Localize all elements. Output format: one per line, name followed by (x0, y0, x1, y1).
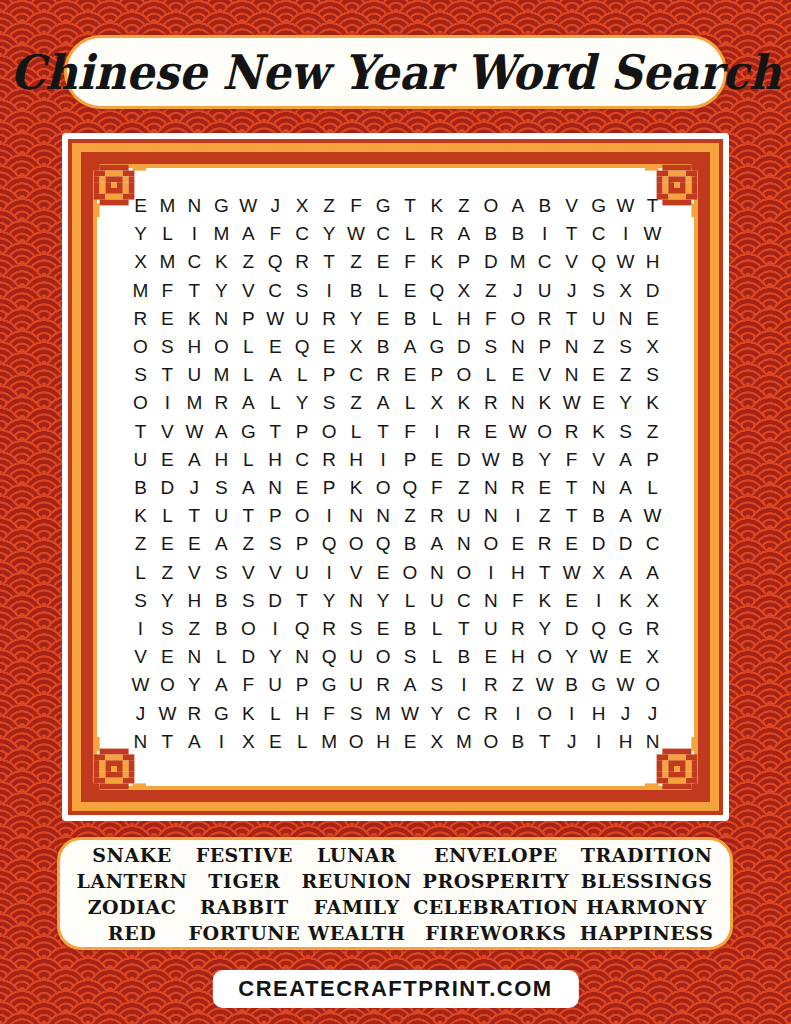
grid-cell-r4c20[interactable]: D (639, 277, 666, 305)
grid-cell-r9c1[interactable]: T (127, 418, 154, 446)
grid-cell-r9c9[interactable]: L (343, 418, 370, 446)
grid-cell-r1c14[interactable]: O (477, 192, 504, 220)
grid-cell-r14c16[interactable]: T (531, 559, 558, 587)
grid-cell-r16c8[interactable]: R (316, 615, 343, 643)
grid-cell-r10c15[interactable]: B (504, 446, 531, 474)
grid-cell-r14c11[interactable]: O (397, 559, 424, 587)
grid-cell-r14c4[interactable]: S (208, 559, 235, 587)
grid-cell-r13c15[interactable]: E (504, 530, 531, 558)
grid-cell-r2c4[interactable]: M (208, 220, 235, 248)
grid-cell-r20c8[interactable]: M (316, 728, 343, 756)
grid-cell-r18c12[interactable]: S (423, 671, 450, 699)
grid-cell-r18c8[interactable]: G (316, 671, 343, 699)
grid-cell-r7c6[interactable]: A (262, 361, 289, 389)
grid-cell-r19c10[interactable]: M (370, 700, 397, 728)
grid-cell-r9c17[interactable]: R (558, 418, 585, 446)
grid-cell-r17c3[interactable]: N (181, 643, 208, 671)
grid-cell-r14c3[interactable]: V (181, 559, 208, 587)
grid-cell-r11c1[interactable]: B (127, 474, 154, 502)
grid-cell-r4c18[interactable]: S (585, 277, 612, 305)
grid-cell-r8c6[interactable]: L (262, 389, 289, 417)
grid-cell-r5c5[interactable]: P (235, 305, 262, 333)
grid-cell-r16c5[interactable]: O (235, 615, 262, 643)
grid-cell-r15c3[interactable]: H (181, 587, 208, 615)
grid-cell-r19c2[interactable]: W (154, 700, 181, 728)
grid-cell-r17c17[interactable]: Y (558, 643, 585, 671)
grid-cell-r19c11[interactable]: W (397, 700, 424, 728)
grid-cell-r18c2[interactable]: O (154, 671, 181, 699)
grid-cell-r6c15[interactable]: N (504, 333, 531, 361)
grid-cell-r7c20[interactable]: S (639, 361, 666, 389)
grid-cell-r12c17[interactable]: T (558, 502, 585, 530)
grid-cell-r13c19[interactable]: D (612, 530, 639, 558)
grid-cell-r8c5[interactable]: A (235, 389, 262, 417)
grid-cell-r18c20[interactable]: O (639, 671, 666, 699)
grid-cell-r5c16[interactable]: R (531, 305, 558, 333)
grid-cell-r20c4[interactable]: I (208, 728, 235, 756)
grid-cell-r15c15[interactable]: F (504, 587, 531, 615)
grid-cell-r3c14[interactable]: D (477, 248, 504, 276)
grid-cell-r2c16[interactable]: I (531, 220, 558, 248)
grid-cell-r13c13[interactable]: N (450, 530, 477, 558)
grid-cell-r6c17[interactable]: N (558, 333, 585, 361)
grid-cell-r5c6[interactable]: W (262, 305, 289, 333)
grid-cell-r16c11[interactable]: B (397, 615, 424, 643)
word-fireworks[interactable]: FIREWORKS (425, 920, 566, 946)
word-zodiac[interactable]: ZODIAC (88, 894, 177, 920)
grid-cell-r19c19[interactable]: J (612, 700, 639, 728)
grid-cell-r9c3[interactable]: W (181, 418, 208, 446)
grid-cell-r10c20[interactable]: P (639, 446, 666, 474)
grid-cell-r7c2[interactable]: T (154, 361, 181, 389)
grid-cell-r2c20[interactable]: W (639, 220, 666, 248)
grid-cell-r16c16[interactable]: Y (531, 615, 558, 643)
grid-cell-r3c7[interactable]: R (289, 248, 316, 276)
grid-cell-r3c20[interactable]: H (639, 248, 666, 276)
grid-cell-r10c17[interactable]: F (558, 446, 585, 474)
grid-cell-r12c12[interactable]: R (423, 502, 450, 530)
grid-cell-r7c8[interactable]: P (316, 361, 343, 389)
grid-cell-r11c15[interactable]: R (504, 474, 531, 502)
grid-cell-r14c7[interactable]: U (289, 559, 316, 587)
grid-cell-r9c11[interactable]: F (397, 418, 424, 446)
grid-cell-r5c7[interactable]: U (289, 305, 316, 333)
grid-cell-r11c8[interactable]: P (316, 474, 343, 502)
grid-cell-r13c7[interactable]: P (289, 530, 316, 558)
grid-cell-r18c9[interactable]: U (343, 671, 370, 699)
grid-cell-r16c12[interactable]: L (423, 615, 450, 643)
grid-cell-r4c12[interactable]: Q (423, 277, 450, 305)
grid-cell-r15c6[interactable]: D (262, 587, 289, 615)
grid-cell-r19c13[interactable]: C (450, 700, 477, 728)
grid-cell-r1c17[interactable]: V (558, 192, 585, 220)
grid-cell-r2c7[interactable]: C (289, 220, 316, 248)
grid-cell-r15c20[interactable]: X (639, 587, 666, 615)
word-fortune[interactable]: FORTUNE (189, 920, 301, 946)
grid-cell-r12c5[interactable]: T (235, 502, 262, 530)
grid-cell-r11c5[interactable]: A (235, 474, 262, 502)
grid-cell-r18c10[interactable]: R (370, 671, 397, 699)
grid-cell-r20c18[interactable]: I (585, 728, 612, 756)
grid-cell-r6c11[interactable]: A (397, 333, 424, 361)
grid-cell-r15c9[interactable]: N (343, 587, 370, 615)
grid-cell-r9c19[interactable]: S (612, 418, 639, 446)
grid-cell-r10c19[interactable]: A (612, 446, 639, 474)
grid-cell-r4c19[interactable]: X (612, 277, 639, 305)
grid-cell-r19c6[interactable]: L (262, 700, 289, 728)
grid-cell-r8c13[interactable]: K (450, 389, 477, 417)
grid-cell-r8c18[interactable]: E (585, 389, 612, 417)
grid-cell-r3c16[interactable]: C (531, 248, 558, 276)
grid-cell-r16c10[interactable]: E (370, 615, 397, 643)
grid-cell-r8c4[interactable]: R (208, 389, 235, 417)
grid-cell-r13c5[interactable]: Z (235, 530, 262, 558)
grid-cell-r5c20[interactable]: E (639, 305, 666, 333)
grid-cell-r5c8[interactable]: R (316, 305, 343, 333)
grid-cell-r6c8[interactable]: E (316, 333, 343, 361)
grid-cell-r9c2[interactable]: V (154, 418, 181, 446)
grid-cell-r19c20[interactable]: J (639, 700, 666, 728)
grid-cell-r17c18[interactable]: W (585, 643, 612, 671)
grid-cell-r17c11[interactable]: S (397, 643, 424, 671)
grid-cell-r8c12[interactable]: X (423, 389, 450, 417)
grid-cell-r6c4[interactable]: O (208, 333, 235, 361)
grid-cell-r14c15[interactable]: H (504, 559, 531, 587)
grid-cell-r15c2[interactable]: Y (154, 587, 181, 615)
word-red[interactable]: RED (108, 920, 156, 946)
grid-cell-r19c3[interactable]: R (181, 700, 208, 728)
grid-cell-r1c15[interactable]: A (504, 192, 531, 220)
grid-cell-r12c4[interactable]: U (208, 502, 235, 530)
grid-cell-r7c16[interactable]: V (531, 361, 558, 389)
grid-cell-r13c14[interactable]: O (477, 530, 504, 558)
grid-cell-r11c16[interactable]: E (531, 474, 558, 502)
word-reunion[interactable]: REUNION (301, 868, 412, 894)
grid-cell-r12c9[interactable]: N (343, 502, 370, 530)
grid-cell-r20c11[interactable]: E (397, 728, 424, 756)
grid-cell-r10c16[interactable]: Y (531, 446, 558, 474)
grid-cell-r8c15[interactable]: N (504, 389, 531, 417)
grid-cell-r2c3[interactable]: I (181, 220, 208, 248)
grid-cell-r14c9[interactable]: V (343, 559, 370, 587)
grid-cell-r13c6[interactable]: S (262, 530, 289, 558)
grid-cell-r7c18[interactable]: E (585, 361, 612, 389)
grid-cell-r11c11[interactable]: Q (397, 474, 424, 502)
grid-cell-r6c20[interactable]: X (639, 333, 666, 361)
grid-cell-r4c4[interactable]: Y (208, 277, 235, 305)
grid-cell-r18c16[interactable]: W (531, 671, 558, 699)
grid-cell-r11c12[interactable]: F (423, 474, 450, 502)
grid-cell-r13c9[interactable]: O (343, 530, 370, 558)
grid-cell-r8c1[interactable]: O (127, 389, 154, 417)
grid-cell-r13c18[interactable]: D (585, 530, 612, 558)
grid-cell-r6c9[interactable]: X (343, 333, 370, 361)
grid-cell-r11c7[interactable]: E (289, 474, 316, 502)
word-rabbit[interactable]: RABBIT (200, 894, 289, 920)
grid-cell-r18c3[interactable]: Y (181, 671, 208, 699)
grid-cell-r9c13[interactable]: R (450, 418, 477, 446)
grid-cell-r1c18[interactable]: G (585, 192, 612, 220)
grid-cell-r13c8[interactable]: Q (316, 530, 343, 558)
word-festive[interactable]: FESTIVE (196, 842, 293, 868)
grid-cell-r11c13[interactable]: Z (450, 474, 477, 502)
grid-cell-r7c5[interactable]: L (235, 361, 262, 389)
grid-cell-r3c17[interactable]: V (558, 248, 585, 276)
grid-cell-r3c9[interactable]: Z (343, 248, 370, 276)
grid-cell-r18c17[interactable]: B (558, 671, 585, 699)
grid-cell-r12c3[interactable]: T (181, 502, 208, 530)
grid-cell-r11c6[interactable]: N (262, 474, 289, 502)
grid-cell-r17c20[interactable]: X (639, 643, 666, 671)
grid-cell-r4c5[interactable]: V (235, 277, 262, 305)
grid-cell-r8c20[interactable]: K (639, 389, 666, 417)
grid-cell-r3c10[interactable]: E (370, 248, 397, 276)
grid-cell-r12c11[interactable]: Z (397, 502, 424, 530)
grid-cell-r10c14[interactable]: W (477, 446, 504, 474)
grid-cell-r19c7[interactable]: H (289, 700, 316, 728)
grid-cell-r20c2[interactable]: T (154, 728, 181, 756)
grid-cell-r19c4[interactable]: G (208, 700, 235, 728)
grid-cell-r16c7[interactable]: Q (289, 615, 316, 643)
grid-cell-r20c9[interactable]: O (343, 728, 370, 756)
grid-cell-r20c7[interactable]: L (289, 728, 316, 756)
grid-cell-r12c1[interactable]: K (127, 502, 154, 530)
grid-cell-r1c3[interactable]: N (181, 192, 208, 220)
grid-cell-r14c20[interactable]: A (639, 559, 666, 587)
grid-cell-r14c17[interactable]: W (558, 559, 585, 587)
grid-cell-r8c8[interactable]: S (316, 389, 343, 417)
grid-cell-r5c19[interactable]: N (612, 305, 639, 333)
grid-cell-r6c10[interactable]: B (370, 333, 397, 361)
grid-cell-r11c9[interactable]: K (343, 474, 370, 502)
grid-cell-r15c12[interactable]: U (423, 587, 450, 615)
grid-cell-r13c16[interactable]: R (531, 530, 558, 558)
grid-cell-r8c2[interactable]: I (154, 389, 181, 417)
grid-cell-r14c2[interactable]: Z (154, 559, 181, 587)
grid-cell-r4c2[interactable]: F (154, 277, 181, 305)
grid-cell-r17c2[interactable]: E (154, 643, 181, 671)
grid-cell-r18c4[interactable]: A (208, 671, 235, 699)
grid-cell-r18c13[interactable]: I (450, 671, 477, 699)
grid-cell-r4c3[interactable]: T (181, 277, 208, 305)
grid-cell-r5c18[interactable]: U (585, 305, 612, 333)
grid-cell-r3c13[interactable]: P (450, 248, 477, 276)
grid-cell-r13c2[interactable]: E (154, 530, 181, 558)
grid-cell-r19c14[interactable]: R (477, 700, 504, 728)
word-envelope[interactable]: ENVELOPE (434, 842, 558, 868)
grid-cell-r17c19[interactable]: E (612, 643, 639, 671)
grid-cell-r10c5[interactable]: L (235, 446, 262, 474)
grid-cell-r8c11[interactable]: L (397, 389, 424, 417)
grid-cell-r15c5[interactable]: S (235, 587, 262, 615)
grid-cell-r15c8[interactable]: Y (316, 587, 343, 615)
grid-cell-r20c13[interactable]: M (450, 728, 477, 756)
grid-cell-r10c4[interactable]: H (208, 446, 235, 474)
grid-cell-r11c19[interactable]: A (612, 474, 639, 502)
grid-cell-r14c6[interactable]: V (262, 559, 289, 587)
grid-cell-r1c8[interactable]: Z (316, 192, 343, 220)
grid-cell-r10c8[interactable]: R (316, 446, 343, 474)
grid-cell-r20c3[interactable]: A (181, 728, 208, 756)
word-harmony[interactable]: HARMONY (586, 894, 707, 920)
word-lantern[interactable]: LANTERN (77, 868, 188, 894)
grid-cell-r2c13[interactable]: A (450, 220, 477, 248)
grid-cell-r3c5[interactable]: Z (235, 248, 262, 276)
grid-cell-r6c12[interactable]: G (423, 333, 450, 361)
grid-cell-r8c16[interactable]: K (531, 389, 558, 417)
grid-cell-r8c9[interactable]: Z (343, 389, 370, 417)
grid-cell-r14c19[interactable]: A (612, 559, 639, 587)
grid-cell-r17c15[interactable]: H (504, 643, 531, 671)
grid-cell-r20c6[interactable]: E (262, 728, 289, 756)
grid-cell-r6c19[interactable]: S (612, 333, 639, 361)
grid-cell-r14c8[interactable]: I (316, 559, 343, 587)
grid-cell-r17c8[interactable]: Q (316, 643, 343, 671)
grid-cell-r3c12[interactable]: K (423, 248, 450, 276)
grid-cell-r12c20[interactable]: W (639, 502, 666, 530)
grid-cell-r14c18[interactable]: X (585, 559, 612, 587)
word-tradition[interactable]: TRADITION (581, 842, 712, 868)
grid-cell-r6c6[interactable]: E (262, 333, 289, 361)
grid-cell-r5c12[interactable]: L (423, 305, 450, 333)
grid-cell-r2c18[interactable]: C (585, 220, 612, 248)
grid-cell-r17c9[interactable]: U (343, 643, 370, 671)
word-prosperity[interactable]: PROSPERITY (423, 868, 570, 894)
grid-cell-r11c4[interactable]: S (208, 474, 235, 502)
grid-cell-r5c3[interactable]: K (181, 305, 208, 333)
grid-cell-r18c11[interactable]: A (397, 671, 424, 699)
grid-cell-r15c14[interactable]: N (477, 587, 504, 615)
grid-cell-r11c2[interactable]: D (154, 474, 181, 502)
grid-cell-r16c3[interactable]: Z (181, 615, 208, 643)
grid-cell-r5c9[interactable]: Y (343, 305, 370, 333)
grid-cell-r7c3[interactable]: U (181, 361, 208, 389)
grid-cell-r6c18[interactable]: Z (585, 333, 612, 361)
grid-cell-r5c14[interactable]: F (477, 305, 504, 333)
grid-cell-r4c17[interactable]: J (558, 277, 585, 305)
grid-cell-r20c19[interactable]: H (612, 728, 639, 756)
grid-cell-r5c11[interactable]: B (397, 305, 424, 333)
word-family[interactable]: FAMILY (314, 894, 400, 920)
grid-cell-r17c14[interactable]: E (477, 643, 504, 671)
grid-cell-r16c14[interactable]: U (477, 615, 504, 643)
grid-cell-r6c13[interactable]: D (450, 333, 477, 361)
grid-cell-r1c19[interactable]: W (612, 192, 639, 220)
grid-cell-r9c4[interactable]: A (208, 418, 235, 446)
grid-cell-r6c14[interactable]: S (477, 333, 504, 361)
grid-cell-r18c1[interactable]: W (127, 671, 154, 699)
grid-cell-r1c5[interactable]: W (235, 192, 262, 220)
grid-cell-r5c2[interactable]: E (154, 305, 181, 333)
grid-cell-r16c6[interactable]: I (262, 615, 289, 643)
grid-cell-r5c15[interactable]: O (504, 305, 531, 333)
grid-cell-r1c11[interactable]: T (397, 192, 424, 220)
grid-cell-r3c18[interactable]: Q (585, 248, 612, 276)
grid-cell-r6c7[interactable]: Q (289, 333, 316, 361)
grid-cell-r19c9[interactable]: S (343, 700, 370, 728)
grid-cell-r6c16[interactable]: P (531, 333, 558, 361)
grid-cell-r17c16[interactable]: O (531, 643, 558, 671)
grid-cell-r3c8[interactable]: T (316, 248, 343, 276)
grid-cell-r2c19[interactable]: I (612, 220, 639, 248)
grid-cell-r9c18[interactable]: K (585, 418, 612, 446)
grid-cell-r9c7[interactable]: P (289, 418, 316, 446)
grid-cell-r2c17[interactable]: T (558, 220, 585, 248)
grid-cell-r10c9[interactable]: H (343, 446, 370, 474)
grid-cell-r2c6[interactable]: F (262, 220, 289, 248)
grid-cell-r7c17[interactable]: N (558, 361, 585, 389)
grid-cell-r15c7[interactable]: T (289, 587, 316, 615)
grid-cell-r17c1[interactable]: V (127, 643, 154, 671)
grid-cell-r4c13[interactable]: X (450, 277, 477, 305)
grid-cell-r2c11[interactable]: L (397, 220, 424, 248)
grid-cell-r17c4[interactable]: L (208, 643, 235, 671)
grid-cell-r2c8[interactable]: Y (316, 220, 343, 248)
grid-cell-r15c19[interactable]: K (612, 587, 639, 615)
grid-cell-r2c9[interactable]: W (343, 220, 370, 248)
grid-cell-r13c4[interactable]: A (208, 530, 235, 558)
grid-cell-r6c2[interactable]: S (154, 333, 181, 361)
grid-cell-r2c1[interactable]: Y (127, 220, 154, 248)
grid-cell-r6c1[interactable]: O (127, 333, 154, 361)
grid-cell-r16c1[interactable]: I (127, 615, 154, 643)
grid-cell-r10c12[interactable]: E (423, 446, 450, 474)
grid-cell-r8c14[interactable]: R (477, 389, 504, 417)
grid-cell-r12c2[interactable]: L (154, 502, 181, 530)
grid-cell-r1c12[interactable]: K (423, 192, 450, 220)
grid-cell-r16c19[interactable]: G (612, 615, 639, 643)
grid-cell-r5c17[interactable]: T (558, 305, 585, 333)
grid-cell-r16c18[interactable]: Q (585, 615, 612, 643)
grid-cell-r14c10[interactable]: E (370, 559, 397, 587)
grid-cell-r19c5[interactable]: K (235, 700, 262, 728)
grid-cell-r20c12[interactable]: X (423, 728, 450, 756)
grid-cell-r12c8[interactable]: I (316, 502, 343, 530)
grid-cell-r10c11[interactable]: P (397, 446, 424, 474)
grid-cell-r18c18[interactable]: G (585, 671, 612, 699)
grid-cell-r11c10[interactable]: O (370, 474, 397, 502)
grid-cell-r3c19[interactable]: W (612, 248, 639, 276)
grid-cell-r19c15[interactable]: I (504, 700, 531, 728)
grid-cell-r10c7[interactable]: C (289, 446, 316, 474)
grid-cell-r15c16[interactable]: K (531, 587, 558, 615)
grid-cell-r9c8[interactable]: O (316, 418, 343, 446)
grid-cell-r2c12[interactable]: R (423, 220, 450, 248)
grid-cell-r14c12[interactable]: N (423, 559, 450, 587)
grid-cell-r7c7[interactable]: L (289, 361, 316, 389)
grid-cell-r12c14[interactable]: N (477, 502, 504, 530)
grid-cell-r15c18[interactable]: I (585, 587, 612, 615)
grid-cell-r10c6[interactable]: H (262, 446, 289, 474)
grid-cell-r16c4[interactable]: B (208, 615, 235, 643)
grid-cell-r5c4[interactable]: N (208, 305, 235, 333)
grid-cell-r7c19[interactable]: Z (612, 361, 639, 389)
grid-cell-r3c2[interactable]: M (154, 248, 181, 276)
grid-cell-r2c14[interactable]: B (477, 220, 504, 248)
grid-cell-r4c11[interactable]: E (397, 277, 424, 305)
grid-cell-r18c14[interactable]: R (477, 671, 504, 699)
grid-cell-r18c5[interactable]: F (235, 671, 262, 699)
grid-cell-r12c15[interactable]: I (504, 502, 531, 530)
grid-cell-r8c10[interactable]: A (370, 389, 397, 417)
word-blessings[interactable]: BLESSINGS (581, 868, 713, 894)
grid-cell-r20c16[interactable]: T (531, 728, 558, 756)
grid-cell-r5c10[interactable]: E (370, 305, 397, 333)
grid-cell-r2c2[interactable]: L (154, 220, 181, 248)
grid-cell-r18c7[interactable]: P (289, 671, 316, 699)
grid-cell-r1c7[interactable]: X (289, 192, 316, 220)
grid-cell-r17c13[interactable]: B (450, 643, 477, 671)
